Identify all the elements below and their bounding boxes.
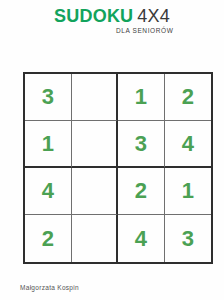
book-cover: SUDOKU4X4 DLA SENIORÓW 312134421243 Małg… xyxy=(0,0,224,300)
grid-cell-r1c4[interactable]: 2 xyxy=(165,74,212,121)
grid-cell-r3c1[interactable]: 4 xyxy=(25,168,72,215)
author-name: Małgorzata Kospin xyxy=(20,284,79,291)
grid-cell-r2c3[interactable]: 3 xyxy=(118,121,165,168)
title-4x4: 4X4 xyxy=(137,6,170,26)
grid-cell-r2c4[interactable]: 4 xyxy=(165,121,212,168)
grid-cell-r4c1[interactable]: 2 xyxy=(25,215,72,262)
grid-cell-r4c3[interactable]: 4 xyxy=(118,215,165,262)
grid-cell-r4c4[interactable]: 3 xyxy=(165,215,212,262)
grid-cell-r1c2[interactable] xyxy=(72,74,119,121)
grid-cell-r2c1[interactable]: 1 xyxy=(25,121,72,168)
grid-cell-r1c3[interactable]: 1 xyxy=(118,74,165,121)
grid-cell-r1c1[interactable]: 3 xyxy=(25,74,72,121)
sudoku-grid: 312134421243 xyxy=(23,72,213,264)
grid-cell-r3c4[interactable]: 1 xyxy=(165,168,212,215)
title-sudoku: SUDOKU xyxy=(54,6,133,26)
grid-cell-r2c2[interactable] xyxy=(72,121,119,168)
grid-cell-r3c3[interactable]: 2 xyxy=(118,168,165,215)
page-title: SUDOKU4X4 xyxy=(0,6,224,27)
subtitle-dla-seniorow: DLA SENIORÓW xyxy=(116,27,173,34)
grid-cell-r3c2[interactable] xyxy=(72,168,119,215)
grid-cell-r4c2[interactable] xyxy=(72,215,119,262)
